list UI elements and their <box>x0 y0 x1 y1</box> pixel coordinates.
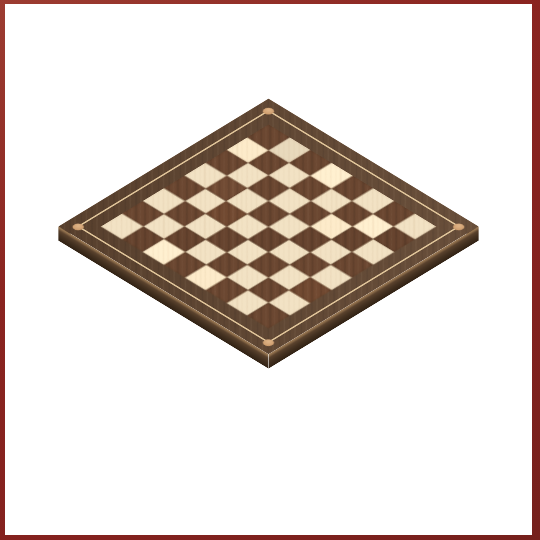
square-h8[interactable] <box>248 303 290 329</box>
board-description: Empty wooden chessboard, walnut and mapl… <box>5 4 6 5</box>
square-h4[interactable] <box>331 252 373 278</box>
field-edge-near-left <box>269 227 437 329</box>
field-edge-near-right <box>101 227 269 329</box>
square-g7[interactable] <box>248 278 290 304</box>
square-c8[interactable] <box>143 239 185 265</box>
square-g5[interactable] <box>289 252 331 278</box>
square-e6[interactable] <box>227 239 269 265</box>
square-d7[interactable] <box>185 239 227 265</box>
square-e8[interactable] <box>185 265 227 291</box>
square-g3[interactable] <box>331 227 373 253</box>
corner-dot-top <box>261 106 277 115</box>
square-d8[interactable] <box>164 252 206 278</box>
square-f8[interactable] <box>206 278 248 304</box>
square-f6[interactable] <box>248 252 290 278</box>
square-h5[interactable] <box>310 265 352 291</box>
chessboard <box>58 99 478 355</box>
photo-frame-border: Empty wooden chessboard, walnut and mapl… <box>0 0 540 540</box>
square-g6[interactable] <box>269 265 311 291</box>
board-frame-surface <box>58 99 478 355</box>
square-g8[interactable] <box>227 290 269 316</box>
square-f7[interactable] <box>227 265 269 291</box>
square-h7[interactable] <box>269 290 311 316</box>
photo-background: Empty wooden chessboard, walnut and mapl… <box>5 4 532 535</box>
square-e7[interactable] <box>206 252 248 278</box>
corner-dot-bottom <box>261 338 277 347</box>
square-g4[interactable] <box>310 239 352 265</box>
square-f5[interactable] <box>269 239 311 265</box>
square-h3[interactable] <box>352 239 394 265</box>
square-h6[interactable] <box>289 278 331 304</box>
